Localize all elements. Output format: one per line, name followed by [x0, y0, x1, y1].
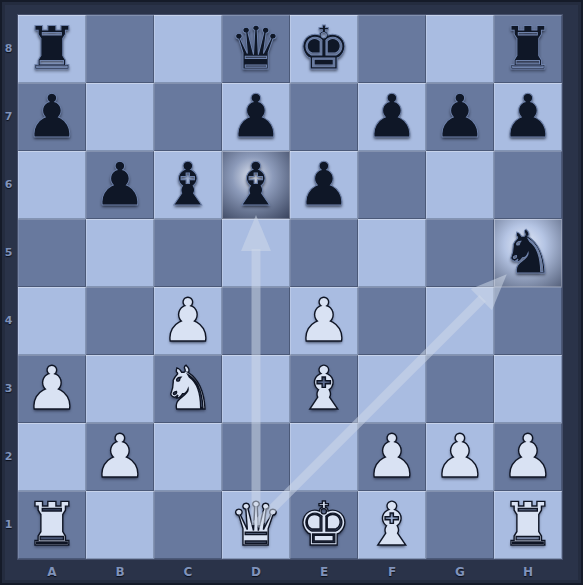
square-b6[interactable]: ♟ [86, 151, 154, 219]
piece-white-bishop[interactable]: ♝ [358, 491, 426, 559]
square-b5[interactable] [86, 219, 154, 287]
rank-label-8: 8 [0, 15, 17, 83]
square-g4[interactable] [426, 287, 494, 355]
rank-label-5: 5 [0, 219, 17, 287]
piece-black-pawn[interactable]: ♟ [18, 83, 86, 151]
piece-white-pawn[interactable]: ♟ [426, 423, 494, 491]
square-a5[interactable] [18, 219, 86, 287]
square-b2[interactable]: ♟ [86, 423, 154, 491]
square-b4[interactable] [86, 287, 154, 355]
square-a1[interactable]: ♜ [18, 491, 86, 559]
square-g7[interactable]: ♟ [426, 83, 494, 151]
file-label-b: B [86, 562, 154, 582]
rank-label-3: 3 [0, 355, 17, 423]
square-c1[interactable] [154, 491, 222, 559]
square-f2[interactable]: ♟ [358, 423, 426, 491]
piece-white-pawn[interactable]: ♟ [86, 423, 154, 491]
piece-black-pawn[interactable]: ♟ [290, 151, 358, 219]
square-b7[interactable] [86, 83, 154, 151]
square-c7[interactable] [154, 83, 222, 151]
square-d1[interactable]: ♛ [222, 491, 290, 559]
square-d2[interactable] [222, 423, 290, 491]
rank-label-2: 2 [0, 423, 17, 491]
piece-black-pawn[interactable]: ♟ [358, 83, 426, 151]
square-a6[interactable] [18, 151, 86, 219]
square-e7[interactable] [290, 83, 358, 151]
square-e6[interactable]: ♟ [290, 151, 358, 219]
square-g5[interactable] [426, 219, 494, 287]
piece-white-rook[interactable]: ♜ [494, 491, 562, 559]
chess-board: ♜♛♚♜♟♟♟♟♟♟♝♝♟♞♟♟♟♞♝♟♟♟♟♜♛♚♝♜ [18, 15, 562, 559]
square-c2[interactable] [154, 423, 222, 491]
piece-white-pawn[interactable]: ♟ [154, 287, 222, 355]
square-h8[interactable]: ♜ [494, 15, 562, 83]
square-d4[interactable] [222, 287, 290, 355]
piece-white-knight[interactable]: ♞ [154, 355, 222, 423]
square-h5[interactable]: ♞ [494, 219, 562, 287]
square-e8[interactable]: ♚ [290, 15, 358, 83]
piece-black-pawn[interactable]: ♟ [426, 83, 494, 151]
file-label-g: G [426, 562, 494, 582]
square-f1[interactable]: ♝ [358, 491, 426, 559]
square-a2[interactable] [18, 423, 86, 491]
square-a8[interactable]: ♜ [18, 15, 86, 83]
piece-white-rook[interactable]: ♜ [18, 491, 86, 559]
square-c4[interactable]: ♟ [154, 287, 222, 355]
square-h7[interactable]: ♟ [494, 83, 562, 151]
square-d3[interactable] [222, 355, 290, 423]
square-a4[interactable] [18, 287, 86, 355]
square-g8[interactable] [426, 15, 494, 83]
square-f8[interactable] [358, 15, 426, 83]
square-h1[interactable]: ♜ [494, 491, 562, 559]
square-e2[interactable] [290, 423, 358, 491]
rank-label-1: 1 [0, 491, 17, 559]
piece-black-rook[interactable]: ♜ [494, 15, 562, 83]
square-b1[interactable] [86, 491, 154, 559]
piece-black-king[interactable]: ♚ [290, 15, 358, 83]
piece-black-pawn[interactable]: ♟ [86, 151, 154, 219]
square-c5[interactable] [154, 219, 222, 287]
piece-black-pawn[interactable]: ♟ [494, 83, 562, 151]
square-e1[interactable]: ♚ [290, 491, 358, 559]
piece-white-pawn[interactable]: ♟ [358, 423, 426, 491]
piece-black-queen[interactable]: ♛ [222, 15, 290, 83]
piece-white-pawn[interactable]: ♟ [494, 423, 562, 491]
file-label-c: C [154, 562, 222, 582]
piece-black-pawn[interactable]: ♟ [222, 83, 290, 151]
square-h6[interactable] [494, 151, 562, 219]
square-a7[interactable]: ♟ [18, 83, 86, 151]
square-d8[interactable]: ♛ [222, 15, 290, 83]
piece-white-bishop[interactable]: ♝ [290, 355, 358, 423]
square-d6[interactable]: ♝ [222, 151, 290, 219]
rank-label-6: 6 [0, 151, 17, 219]
square-f5[interactable] [358, 219, 426, 287]
piece-black-bishop[interactable]: ♝ [222, 151, 290, 219]
square-a3[interactable]: ♟ [18, 355, 86, 423]
square-f4[interactable] [358, 287, 426, 355]
square-c3[interactable]: ♞ [154, 355, 222, 423]
square-g1[interactable] [426, 491, 494, 559]
piece-white-pawn[interactable]: ♟ [18, 355, 86, 423]
rank-label-4: 4 [0, 287, 17, 355]
square-g2[interactable]: ♟ [426, 423, 494, 491]
piece-black-knight[interactable]: ♞ [494, 219, 562, 287]
square-h2[interactable]: ♟ [494, 423, 562, 491]
piece-white-king[interactable]: ♚ [290, 491, 358, 559]
square-f7[interactable]: ♟ [358, 83, 426, 151]
file-label-h: H [494, 562, 562, 582]
square-d5[interactable] [222, 219, 290, 287]
piece-black-bishop[interactable]: ♝ [154, 151, 222, 219]
square-d7[interactable]: ♟ [222, 83, 290, 151]
square-e5[interactable] [290, 219, 358, 287]
square-f3[interactable] [358, 355, 426, 423]
square-g6[interactable] [426, 151, 494, 219]
file-label-e: E [290, 562, 358, 582]
square-f6[interactable] [358, 151, 426, 219]
square-g3[interactable] [426, 355, 494, 423]
file-label-a: A [18, 562, 86, 582]
square-e4[interactable]: ♟ [290, 287, 358, 355]
square-e3[interactable]: ♝ [290, 355, 358, 423]
piece-white-queen[interactable]: ♛ [222, 491, 290, 559]
rank-label-7: 7 [0, 83, 17, 151]
file-label-f: F [358, 562, 426, 582]
piece-white-pawn[interactable]: ♟ [290, 287, 358, 355]
square-h4[interactable] [494, 287, 562, 355]
file-label-d: D [222, 562, 290, 582]
piece-black-rook[interactable]: ♜ [18, 15, 86, 83]
square-b3[interactable] [86, 355, 154, 423]
square-c6[interactable]: ♝ [154, 151, 222, 219]
square-b8[interactable] [86, 15, 154, 83]
chess-app-window: ♜♛♚♜♟♟♟♟♟♟♝♝♟♞♟♟♟♞♝♟♟♟♟♜♛♚♝♜ 87654321 AB… [0, 0, 583, 585]
square-c8[interactable] [154, 15, 222, 83]
square-h3[interactable] [494, 355, 562, 423]
